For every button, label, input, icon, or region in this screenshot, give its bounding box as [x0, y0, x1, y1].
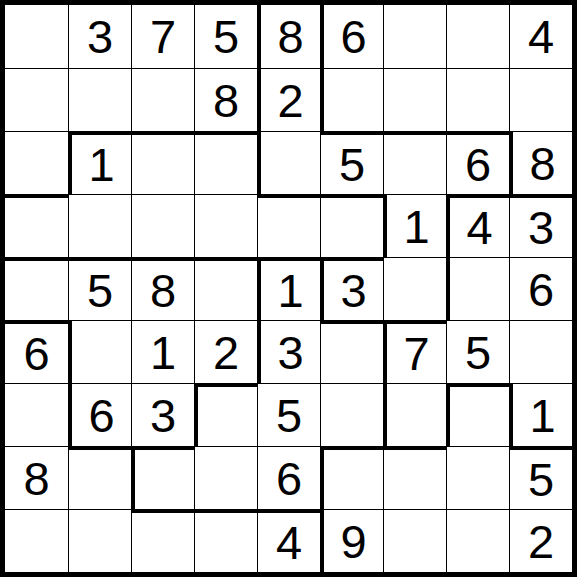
cell-r6c5-given-digit: 3	[257, 320, 320, 383]
cell-r2c3-empty[interactable]	[131, 68, 194, 131]
cell-r2c5-given-digit: 2	[257, 68, 320, 131]
cell-r2c1-empty[interactable]	[5, 68, 68, 131]
cell-r9c7-empty[interactable]	[383, 509, 446, 572]
cell-r9c8-empty[interactable]	[446, 509, 509, 572]
cell-r6c9-empty[interactable]	[509, 320, 572, 383]
cell-r5c6-given-digit: 3	[320, 257, 383, 320]
cell-r2c9-empty[interactable]	[509, 68, 572, 131]
cell-r1c5-given-digit: 8	[257, 5, 320, 68]
cell-r5c7-empty[interactable]	[383, 257, 446, 320]
cell-r3c1-empty[interactable]	[5, 131, 68, 194]
cell-r5c1-empty[interactable]	[5, 257, 68, 320]
cell-r5c3-given-digit: 8	[131, 257, 194, 320]
cell-r1c8-empty[interactable]	[446, 5, 509, 68]
cell-r4c7-given-digit: 1	[383, 194, 446, 257]
cell-r9c9-given-digit: 2	[509, 509, 572, 572]
cell-r5c4-empty[interactable]	[194, 257, 257, 320]
cell-r5c2-given-digit: 5	[68, 257, 131, 320]
cell-r5c5-given-digit: 1	[257, 257, 320, 320]
cell-r1c3-given-digit: 7	[131, 5, 194, 68]
cell-r4c9-given-digit: 3	[509, 194, 572, 257]
cell-r7c9-given-digit: 1	[509, 383, 572, 446]
cell-r3c3-empty[interactable]	[131, 131, 194, 194]
cell-r4c4-empty[interactable]	[194, 194, 257, 257]
cell-r3c7-empty[interactable]	[383, 131, 446, 194]
cell-r8c2-empty[interactable]	[68, 446, 131, 509]
cell-r2c7-empty[interactable]	[383, 68, 446, 131]
cell-r6c6-empty[interactable]	[320, 320, 383, 383]
cell-r6c7-given-digit: 7	[383, 320, 446, 383]
cell-r3c8-given-digit: 6	[446, 131, 509, 194]
cell-r2c6-empty[interactable]	[320, 68, 383, 131]
cell-r6c4-given-digit: 2	[194, 320, 257, 383]
cell-r3c6-given-digit: 5	[320, 131, 383, 194]
cell-r2c2-empty[interactable]	[68, 68, 131, 131]
cell-r2c4-given-digit: 8	[194, 68, 257, 131]
cell-r5c9-given-digit: 6	[509, 257, 572, 320]
cell-r4c2-empty[interactable]	[68, 194, 131, 257]
cell-r7c8-empty[interactable]	[446, 383, 509, 446]
cell-r8c8-empty[interactable]	[446, 446, 509, 509]
cell-r1c7-empty[interactable]	[383, 5, 446, 68]
cell-r4c5-empty[interactable]	[257, 194, 320, 257]
cell-r6c2-empty[interactable]	[68, 320, 131, 383]
cell-r7c6-empty[interactable]	[320, 383, 383, 446]
cell-r5c8-empty[interactable]	[446, 257, 509, 320]
cell-r7c2-given-digit: 6	[68, 383, 131, 446]
cell-r8c3-empty[interactable]	[131, 446, 194, 509]
cell-r7c5-given-digit: 5	[257, 383, 320, 446]
cell-r9c6-given-digit: 9	[320, 509, 383, 572]
cell-r1c9-given-digit: 4	[509, 5, 572, 68]
cell-r8c9-given-digit: 5	[509, 446, 572, 509]
cell-r4c6-empty[interactable]	[320, 194, 383, 257]
cell-r7c4-empty[interactable]	[194, 383, 257, 446]
cell-r1c4-given-digit: 5	[194, 5, 257, 68]
cell-r9c5-given-digit: 4	[257, 509, 320, 572]
cell-r8c1-given-digit: 8	[5, 446, 68, 509]
cell-r4c8-given-digit: 4	[446, 194, 509, 257]
cell-r3c2-given-digit: 1	[68, 131, 131, 194]
cell-r7c3-given-digit: 3	[131, 383, 194, 446]
cell-r9c1-empty[interactable]	[5, 509, 68, 572]
cell-r1c1-empty[interactable]	[5, 5, 68, 68]
cell-r7c7-empty[interactable]	[383, 383, 446, 446]
cell-r4c1-empty[interactable]	[5, 194, 68, 257]
cell-r4c3-empty[interactable]	[131, 194, 194, 257]
cell-r3c9-given-digit: 8	[509, 131, 572, 194]
cell-r9c4-empty[interactable]	[194, 509, 257, 572]
cell-r8c5-given-digit: 6	[257, 446, 320, 509]
cell-r1c6-given-digit: 6	[320, 5, 383, 68]
cell-r1c2-given-digit: 3	[68, 5, 131, 68]
cell-r8c6-empty[interactable]	[320, 446, 383, 509]
cell-r8c7-empty[interactable]	[383, 446, 446, 509]
cell-r9c2-empty[interactable]	[68, 509, 131, 572]
jigsaw-sudoku-board: 375864821568143581366123756351865492	[0, 0, 577, 577]
cell-r6c3-given-digit: 1	[131, 320, 194, 383]
cell-r6c1-given-digit: 6	[5, 320, 68, 383]
cell-r8c4-empty[interactable]	[194, 446, 257, 509]
cell-r9c3-empty[interactable]	[131, 509, 194, 572]
cell-r6c8-given-digit: 5	[446, 320, 509, 383]
cell-r3c5-empty[interactable]	[257, 131, 320, 194]
cell-r3c4-empty[interactable]	[194, 131, 257, 194]
cell-r2c8-empty[interactable]	[446, 68, 509, 131]
cell-r7c1-empty[interactable]	[5, 383, 68, 446]
